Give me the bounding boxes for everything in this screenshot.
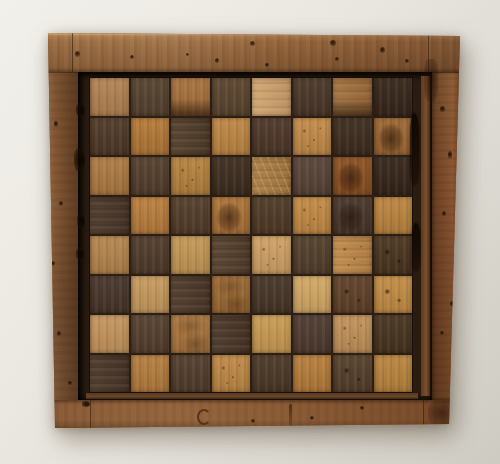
square-d4[interactable] <box>212 236 251 274</box>
square-c6[interactable] <box>171 157 210 195</box>
square-e3[interactable] <box>252 276 291 314</box>
square-d2[interactable] <box>212 315 251 353</box>
frame-top-rail <box>46 33 462 72</box>
square-d5[interactable] <box>212 197 251 235</box>
square-c3[interactable] <box>171 276 210 314</box>
square-g8[interactable] <box>333 78 372 116</box>
square-c8[interactable] <box>171 78 210 116</box>
square-e7[interactable] <box>252 118 291 156</box>
square-h5[interactable] <box>374 197 413 235</box>
square-e2[interactable] <box>252 315 291 353</box>
square-d7[interactable] <box>212 118 251 156</box>
square-a6[interactable] <box>90 157 129 195</box>
square-b7[interactable] <box>131 118 170 156</box>
square-b2[interactable] <box>131 315 170 353</box>
frame-left-rail <box>46 72 78 400</box>
square-h3[interactable] <box>374 276 413 314</box>
square-f2[interactable] <box>293 315 332 353</box>
square-c7[interactable] <box>171 118 210 156</box>
square-a7[interactable] <box>90 118 129 156</box>
square-a4[interactable] <box>90 236 129 274</box>
square-g6[interactable] <box>333 157 372 195</box>
photo-background <box>0 0 500 464</box>
square-d1[interactable] <box>212 355 251 393</box>
square-e5[interactable] <box>252 197 291 235</box>
square-e8[interactable] <box>252 78 291 116</box>
square-b3[interactable] <box>131 276 170 314</box>
checker-grid <box>90 78 412 392</box>
square-h6[interactable] <box>374 157 413 195</box>
square-h7[interactable] <box>374 118 413 156</box>
square-f7[interactable] <box>293 118 332 156</box>
square-g5[interactable] <box>333 197 372 235</box>
square-a1[interactable] <box>90 355 129 393</box>
square-e1[interactable] <box>252 355 291 393</box>
square-g2[interactable] <box>333 315 372 353</box>
square-c5[interactable] <box>171 197 210 235</box>
square-d6[interactable] <box>212 157 251 195</box>
recess-bottom-lip <box>86 393 418 399</box>
square-a8[interactable] <box>90 78 129 116</box>
square-f8[interactable] <box>293 78 332 116</box>
square-h4[interactable] <box>374 236 413 274</box>
square-b4[interactable] <box>131 236 170 274</box>
frame-bottom-rail <box>46 400 462 430</box>
square-c1[interactable] <box>171 355 210 393</box>
square-e6[interactable] <box>252 157 291 195</box>
square-c2[interactable] <box>171 315 210 353</box>
square-h2[interactable] <box>374 315 413 353</box>
square-f6[interactable] <box>293 157 332 195</box>
square-b5[interactable] <box>131 197 170 235</box>
square-g1[interactable] <box>333 355 372 393</box>
square-g4[interactable] <box>333 236 372 274</box>
square-b8[interactable] <box>131 78 170 116</box>
square-f1[interactable] <box>293 355 332 393</box>
square-a5[interactable] <box>90 197 129 235</box>
square-a3[interactable] <box>90 276 129 314</box>
square-h8[interactable] <box>374 78 413 116</box>
square-f5[interactable] <box>293 197 332 235</box>
square-g3[interactable] <box>333 276 372 314</box>
square-b1[interactable] <box>131 355 170 393</box>
square-a2[interactable] <box>90 315 129 353</box>
square-h1[interactable] <box>374 355 413 393</box>
square-f4[interactable] <box>293 236 332 274</box>
square-e4[interactable] <box>252 236 291 274</box>
pit-mark <box>450 390 455 395</box>
square-b6[interactable] <box>131 157 170 195</box>
checker-panel <box>90 78 412 392</box>
checkerboard <box>46 33 462 430</box>
square-g7[interactable] <box>333 118 372 156</box>
frame-right-rail <box>432 72 462 400</box>
square-d3[interactable] <box>212 276 251 314</box>
recess-right-lip <box>421 76 430 396</box>
square-c4[interactable] <box>171 236 210 274</box>
square-d8[interactable] <box>212 78 251 116</box>
board-recess <box>78 72 432 400</box>
square-f3[interactable] <box>293 276 332 314</box>
board-frame <box>46 33 462 430</box>
